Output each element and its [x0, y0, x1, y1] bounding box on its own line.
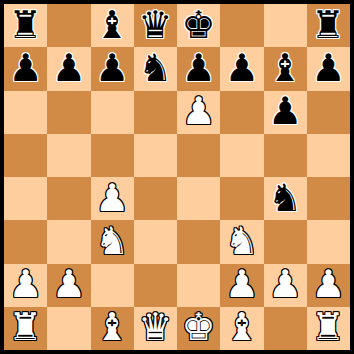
- square-g8[interactable]: [264, 4, 307, 47]
- piece-black-pawn[interactable]: ♟: [95, 49, 129, 87]
- square-h4[interactable]: [307, 177, 350, 220]
- square-d1[interactable]: ♛: [134, 307, 177, 350]
- piece-black-bishop[interactable]: ♝: [268, 49, 302, 87]
- square-c3[interactable]: ♞: [91, 220, 134, 263]
- square-f8[interactable]: [220, 4, 263, 47]
- square-d8[interactable]: ♛: [134, 4, 177, 47]
- square-f1[interactable]: ♝: [220, 307, 263, 350]
- piece-black-rook[interactable]: ♜: [9, 6, 43, 44]
- square-b1[interactable]: [47, 307, 90, 350]
- square-d6[interactable]: [134, 91, 177, 134]
- piece-white-pawn[interactable]: ♟: [95, 179, 129, 217]
- square-e7[interactable]: ♟: [177, 47, 220, 90]
- square-a1[interactable]: ♜: [4, 307, 47, 350]
- square-c7[interactable]: ♟: [91, 47, 134, 90]
- piece-white-pawn[interactable]: ♟: [225, 265, 259, 303]
- piece-white-rook[interactable]: ♜: [311, 308, 345, 346]
- square-g3[interactable]: [264, 220, 307, 263]
- chess-board-container: ♜♝♛♚♜♟♟♟♞♟♟♝♟♟♟♟♞♞♞♟♟♟♟♟♜♝♛♚♝♜: [0, 0, 354, 354]
- piece-black-pawn[interactable]: ♟: [52, 49, 86, 87]
- square-e5[interactable]: [177, 134, 220, 177]
- piece-white-bishop[interactable]: ♝: [95, 308, 129, 346]
- square-d3[interactable]: [134, 220, 177, 263]
- square-g1[interactable]: [264, 307, 307, 350]
- piece-black-rook[interactable]: ♜: [311, 6, 345, 44]
- square-f2[interactable]: ♟: [220, 264, 263, 307]
- square-c1[interactable]: ♝: [91, 307, 134, 350]
- square-e3[interactable]: [177, 220, 220, 263]
- square-e8[interactable]: ♚: [177, 4, 220, 47]
- piece-black-queen[interactable]: ♛: [138, 6, 172, 44]
- square-c8[interactable]: ♝: [91, 4, 134, 47]
- piece-black-pawn[interactable]: ♟: [225, 49, 259, 87]
- piece-black-knight[interactable]: ♞: [138, 49, 172, 87]
- square-e6[interactable]: ♟: [177, 91, 220, 134]
- square-b6[interactable]: [47, 91, 90, 134]
- square-a2[interactable]: ♟: [4, 264, 47, 307]
- square-a6[interactable]: [4, 91, 47, 134]
- piece-black-bishop[interactable]: ♝: [95, 6, 129, 44]
- square-c4[interactable]: ♟: [91, 177, 134, 220]
- piece-white-queen[interactable]: ♛: [138, 308, 172, 346]
- piece-black-pawn[interactable]: ♟: [182, 49, 216, 87]
- square-g5[interactable]: [264, 134, 307, 177]
- piece-white-knight[interactable]: ♞: [225, 222, 259, 260]
- square-f7[interactable]: ♟: [220, 47, 263, 90]
- square-e1[interactable]: ♚: [177, 307, 220, 350]
- square-h5[interactable]: [307, 134, 350, 177]
- square-a3[interactable]: [4, 220, 47, 263]
- square-a4[interactable]: [4, 177, 47, 220]
- square-b3[interactable]: [47, 220, 90, 263]
- square-h2[interactable]: ♟: [307, 264, 350, 307]
- square-f6[interactable]: [220, 91, 263, 134]
- square-d7[interactable]: ♞: [134, 47, 177, 90]
- square-c2[interactable]: [91, 264, 134, 307]
- piece-white-pawn[interactable]: ♟: [268, 265, 302, 303]
- square-g6[interactable]: ♟: [264, 91, 307, 134]
- square-g7[interactable]: ♝: [264, 47, 307, 90]
- square-c6[interactable]: [91, 91, 134, 134]
- piece-black-king[interactable]: ♚: [182, 6, 216, 44]
- square-f4[interactable]: [220, 177, 263, 220]
- square-a5[interactable]: [4, 134, 47, 177]
- square-h7[interactable]: ♟: [307, 47, 350, 90]
- piece-white-knight[interactable]: ♞: [95, 222, 129, 260]
- square-h8[interactable]: ♜: [307, 4, 350, 47]
- piece-white-bishop[interactable]: ♝: [225, 308, 259, 346]
- square-g2[interactable]: ♟: [264, 264, 307, 307]
- piece-black-pawn[interactable]: ♟: [311, 49, 345, 87]
- piece-white-pawn[interactable]: ♟: [52, 265, 86, 303]
- square-h3[interactable]: [307, 220, 350, 263]
- square-b4[interactable]: [47, 177, 90, 220]
- piece-white-pawn[interactable]: ♟: [311, 265, 345, 303]
- square-f3[interactable]: ♞: [220, 220, 263, 263]
- square-d2[interactable]: [134, 264, 177, 307]
- piece-white-pawn[interactable]: ♟: [182, 92, 216, 130]
- square-g4[interactable]: ♞: [264, 177, 307, 220]
- square-d4[interactable]: [134, 177, 177, 220]
- square-a7[interactable]: ♟: [4, 47, 47, 90]
- square-a8[interactable]: ♜: [4, 4, 47, 47]
- square-c5[interactable]: [91, 134, 134, 177]
- square-e4[interactable]: [177, 177, 220, 220]
- piece-black-knight[interactable]: ♞: [268, 179, 302, 217]
- piece-white-king[interactable]: ♚: [182, 308, 216, 346]
- square-h6[interactable]: [307, 91, 350, 134]
- piece-black-pawn[interactable]: ♟: [268, 92, 302, 130]
- square-h1[interactable]: ♜: [307, 307, 350, 350]
- square-e2[interactable]: [177, 264, 220, 307]
- square-b8[interactable]: [47, 4, 90, 47]
- square-b5[interactable]: [47, 134, 90, 177]
- square-d5[interactable]: [134, 134, 177, 177]
- square-f5[interactable]: [220, 134, 263, 177]
- piece-black-pawn[interactable]: ♟: [9, 49, 43, 87]
- chess-board[interactable]: ♜♝♛♚♜♟♟♟♞♟♟♝♟♟♟♟♞♞♞♟♟♟♟♟♜♝♛♚♝♜: [0, 0, 354, 354]
- square-b7[interactable]: ♟: [47, 47, 90, 90]
- piece-white-pawn[interactable]: ♟: [9, 265, 43, 303]
- piece-white-rook[interactable]: ♜: [9, 308, 43, 346]
- square-b2[interactable]: ♟: [47, 264, 90, 307]
